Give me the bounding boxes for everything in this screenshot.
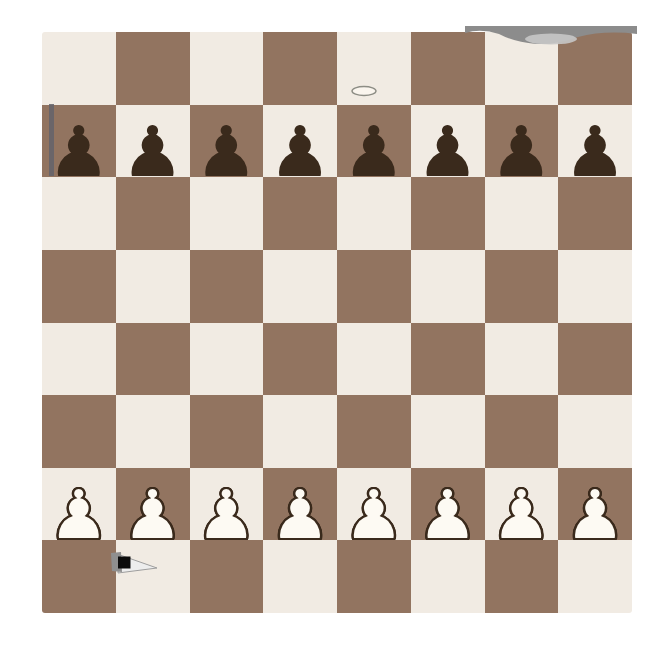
square-g5[interactable] [485, 250, 559, 323]
square-a5[interactable] [42, 250, 116, 323]
square-f1[interactable] [411, 540, 485, 613]
square-c6[interactable] [190, 177, 264, 250]
square-h6[interactable] [558, 177, 632, 250]
square-b7[interactable]: ♟ [116, 105, 190, 178]
square-d2[interactable]: ♟ [263, 468, 337, 541]
square-g2[interactable]: ♟ [485, 468, 559, 541]
square-a8[interactable] [42, 32, 116, 105]
square-a2[interactable]: ♟ [42, 468, 116, 541]
square-g6[interactable] [485, 177, 559, 250]
square-d8[interactable] [263, 32, 337, 105]
square-a7[interactable]: ♟ [42, 105, 116, 178]
square-e8[interactable] [337, 32, 411, 105]
square-c8[interactable] [190, 32, 264, 105]
square-e1[interactable] [337, 540, 411, 613]
square-c2[interactable]: ♟ [190, 468, 264, 541]
square-a6[interactable] [42, 177, 116, 250]
square-c7[interactable]: ♟ [190, 105, 264, 178]
square-f5[interactable] [411, 250, 485, 323]
square-g4[interactable] [485, 323, 559, 396]
square-d7[interactable]: ♟ [263, 105, 337, 178]
square-g8[interactable] [485, 32, 559, 105]
chess-board: ♟♟♟♟♟♟♟♟♟♟♟♟♟♟♟♟ [42, 32, 632, 613]
square-b1[interactable] [116, 540, 190, 613]
square-a4[interactable] [42, 323, 116, 396]
square-d1[interactable] [263, 540, 337, 613]
square-d3[interactable] [263, 395, 337, 468]
square-h7[interactable]: ♟ [558, 105, 632, 178]
square-h5[interactable] [558, 250, 632, 323]
square-f7[interactable]: ♟ [411, 105, 485, 178]
square-a1[interactable] [42, 540, 116, 613]
square-c4[interactable] [190, 323, 264, 396]
square-h4[interactable] [558, 323, 632, 396]
square-h1[interactable] [558, 540, 632, 613]
square-b5[interactable] [116, 250, 190, 323]
square-d5[interactable] [263, 250, 337, 323]
square-b8[interactable] [116, 32, 190, 105]
square-g7[interactable]: ♟ [485, 105, 559, 178]
square-e7[interactable]: ♟ [337, 105, 411, 178]
square-f6[interactable] [411, 177, 485, 250]
square-f8[interactable] [411, 32, 485, 105]
square-e4[interactable] [337, 323, 411, 396]
square-d4[interactable] [263, 323, 337, 396]
square-f4[interactable] [411, 323, 485, 396]
square-d6[interactable] [263, 177, 337, 250]
square-c3[interactable] [190, 395, 264, 468]
square-b3[interactable] [116, 395, 190, 468]
square-e2[interactable]: ♟ [337, 468, 411, 541]
square-g3[interactable] [485, 395, 559, 468]
square-c1[interactable] [190, 540, 264, 613]
chess-board-region: ♟♟♟♟♟♟♟♟♟♟♟♟♟♟♟♟ [0, 0, 671, 667]
square-c5[interactable] [190, 250, 264, 323]
square-e3[interactable] [337, 395, 411, 468]
square-h8[interactable] [558, 32, 632, 105]
square-g1[interactable] [485, 540, 559, 613]
square-e5[interactable] [337, 250, 411, 323]
square-h2[interactable]: ♟ [558, 468, 632, 541]
square-a3[interactable] [42, 395, 116, 468]
square-b6[interactable] [116, 177, 190, 250]
square-h3[interactable] [558, 395, 632, 468]
square-b4[interactable] [116, 323, 190, 396]
square-f2[interactable]: ♟ [411, 468, 485, 541]
square-b2[interactable]: ♟ [116, 468, 190, 541]
square-f3[interactable] [411, 395, 485, 468]
square-e6[interactable] [337, 177, 411, 250]
